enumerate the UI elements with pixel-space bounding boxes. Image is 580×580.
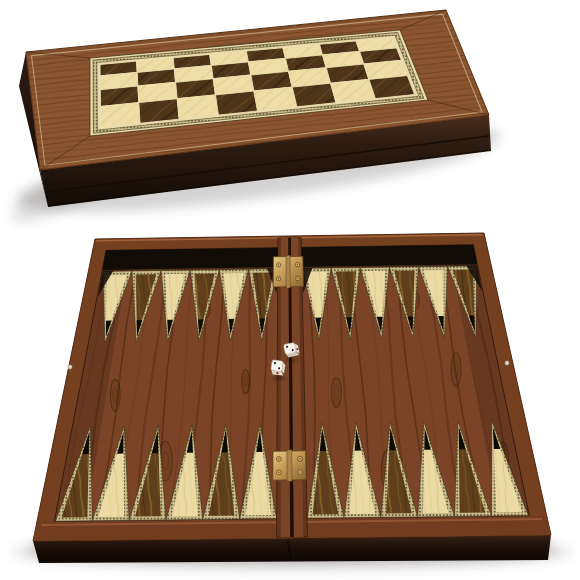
checker-cell — [101, 103, 141, 128]
checker-cell — [331, 79, 376, 102]
hinge-top — [273, 255, 303, 288]
checker-cell — [292, 83, 336, 107]
backgammon-set-scene — [0, 0, 580, 580]
open-backgammon-board — [33, 233, 551, 563]
die-shadow — [273, 376, 286, 380]
checker-cell — [177, 95, 218, 119]
hinge-screw-slot — [297, 278, 298, 279]
hinge-screw-slot — [299, 458, 301, 460]
checker-cell — [139, 99, 179, 124]
latch-pin-right — [505, 361, 509, 365]
checker-cell — [254, 87, 297, 111]
latch-pin-left — [68, 365, 72, 369]
hinge-screw-slot — [278, 472, 280, 474]
wood-knot — [110, 379, 120, 411]
hinge-screw-slot — [297, 264, 298, 265]
checker-cell — [216, 91, 258, 115]
hinge-screw-slot — [278, 458, 280, 460]
die-shadow — [286, 358, 298, 362]
hinge-screw-slot — [278, 264, 279, 265]
wood-knot — [451, 353, 461, 387]
hinge-screw-slot — [278, 278, 279, 279]
hinge-bottom — [273, 450, 307, 482]
wood-knot — [242, 370, 250, 394]
product-photo — [0, 0, 580, 580]
closed-case — [19, 10, 491, 207]
wood-knot — [331, 377, 341, 407]
hinge-screw-slot — [299, 471, 301, 473]
checker-cell — [369, 76, 415, 99]
